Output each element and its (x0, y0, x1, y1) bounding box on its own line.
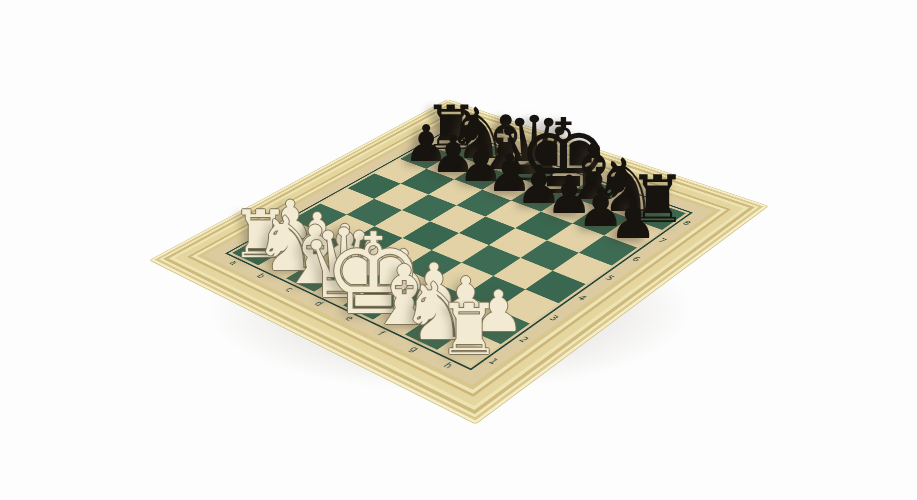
board-mat: abcdefgh 87654321 (204, 120, 714, 385)
board-tilt-wrapper: abcdefgh 87654321 (0, 0, 917, 500)
play-area (225, 128, 693, 370)
chess-board: abcdefgh 87654321 (149, 99, 769, 424)
board-frame: abcdefgh 87654321 (149, 99, 769, 424)
photo-stage: abcdefgh 87654321 ♜♞♝♛♚♝♞♜♟♟♟♟♟♟♟♟♟♟♟♟♟♟… (0, 0, 917, 500)
perspective-scene: abcdefgh 87654321 (0, 0, 917, 500)
